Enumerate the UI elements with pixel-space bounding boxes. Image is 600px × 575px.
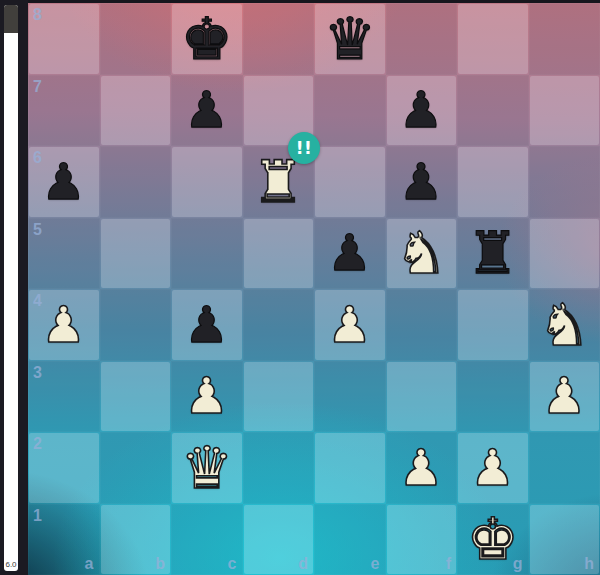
piece-black-rook-g5[interactable]: ♜: [457, 218, 529, 290]
piece-white-king-g1[interactable]: ♚: [457, 504, 529, 575]
piece-white-pawn-e4[interactable]: ♟: [314, 289, 386, 361]
chess-board: 87654321abcdefgh ♚♛♟♟♟♜♟♟♞♜♟♟♟♞♟♟♛♟♟♚ !!: [28, 3, 600, 575]
piece-black-queen-e8[interactable]: ♛: [314, 3, 386, 75]
brilliant-move-symbol: !!: [296, 138, 313, 158]
piece-black-pawn-f7[interactable]: ♟: [386, 75, 458, 147]
piece-black-pawn-f6[interactable]: ♟: [386, 146, 458, 218]
piece-black-pawn-c7[interactable]: ♟: [171, 75, 243, 147]
piece-black-king-c8[interactable]: ♚: [171, 3, 243, 75]
piece-white-knight-h4[interactable]: ♞: [529, 289, 600, 361]
piece-white-pawn-f2[interactable]: ♟: [386, 432, 458, 504]
piece-white-pawn-c3[interactable]: ♟: [171, 361, 243, 433]
piece-white-pawn-g2[interactable]: ♟: [457, 432, 529, 504]
piece-black-pawn-e5[interactable]: ♟: [314, 218, 386, 290]
piece-white-pawn-a4[interactable]: ♟: [28, 289, 100, 361]
chess-app: 6.0 87654321abcdefgh ♚♛♟♟♟♜♟♟♞♜♟♟♟♞♟♟♛♟♟…: [0, 0, 600, 575]
eval-score: 6.0: [4, 560, 18, 570]
eval-bar: 6.0: [0, 0, 28, 575]
eval-bar-black-section: [4, 5, 18, 33]
piece-black-pawn-c4[interactable]: ♟: [171, 289, 243, 361]
piece-black-pawn-a6[interactable]: ♟: [28, 146, 100, 218]
board-pieces: ♚♛♟♟♟♜♟♟♞♜♟♟♟♞♟♟♛♟♟♚: [28, 3, 600, 575]
eval-bar-track: 6.0: [4, 5, 18, 571]
piece-white-pawn-h3[interactable]: ♟: [529, 361, 600, 433]
piece-white-queen-c2[interactable]: ♛: [171, 432, 243, 504]
brilliant-move-badge: !!: [288, 132, 320, 164]
piece-white-knight-f5[interactable]: ♞: [386, 218, 458, 290]
